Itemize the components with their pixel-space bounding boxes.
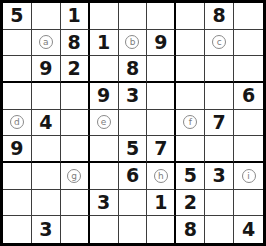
cell-r7c9[interactable]: i xyxy=(234,163,263,190)
cell-r4c9[interactable]: 6 xyxy=(234,83,263,110)
cell-r1c5[interactable] xyxy=(119,3,148,30)
cell-r1c8[interactable]: 8 xyxy=(205,3,234,30)
cell-r9c6[interactable] xyxy=(147,216,176,243)
given-digit: 4 xyxy=(242,220,255,239)
cell-r3c4[interactable] xyxy=(90,56,119,83)
given-digit: 5 xyxy=(10,6,23,25)
cell-r5c8[interactable]: 7 xyxy=(205,110,234,137)
cell-r8c9[interactable] xyxy=(234,190,263,217)
given-digit: 1 xyxy=(68,6,81,25)
cell-r5c6[interactable] xyxy=(147,110,176,137)
cell-r6c3[interactable] xyxy=(61,136,90,163)
cell-r4c5[interactable]: 3 xyxy=(119,83,148,110)
cell-r7c7[interactable]: 5 xyxy=(176,163,205,190)
given-digit: 2 xyxy=(68,59,81,78)
cell-r9c4[interactable] xyxy=(90,216,119,243)
cell-r3c1[interactable] xyxy=(3,56,32,83)
cell-r2c6[interactable]: 9 xyxy=(147,30,176,57)
circled-letter-b: b xyxy=(125,35,139,49)
cell-r2c8[interactable]: c xyxy=(205,30,234,57)
cell-r4c3[interactable] xyxy=(61,83,90,110)
given-digit: 9 xyxy=(10,139,23,158)
cell-r2c5[interactable]: b xyxy=(119,30,148,57)
cell-r3c8[interactable] xyxy=(205,56,234,83)
cell-r7c6[interactable]: h xyxy=(147,163,176,190)
cell-r8c5[interactable] xyxy=(119,190,148,217)
given-digit: 1 xyxy=(154,193,167,212)
cell-r2c9[interactable] xyxy=(234,30,263,57)
circled-letter-e: e xyxy=(97,115,111,129)
circled-letter-c: c xyxy=(212,35,226,49)
given-digit: 3 xyxy=(213,166,226,185)
cell-r5c5[interactable] xyxy=(119,110,148,137)
cell-r5c2[interactable]: 4 xyxy=(32,110,61,137)
cell-r7c3[interactable]: g xyxy=(61,163,90,190)
given-digit: 3 xyxy=(39,220,52,239)
cell-r8c3[interactable] xyxy=(61,190,90,217)
given-digit: 3 xyxy=(126,86,139,105)
cell-r1c2[interactable] xyxy=(32,3,61,30)
circled-letter-i: i xyxy=(242,169,256,183)
cell-r7c4[interactable] xyxy=(90,163,119,190)
cell-r1c4[interactable] xyxy=(90,3,119,30)
cell-r5c3[interactable] xyxy=(61,110,90,137)
cell-r3c2[interactable]: 9 xyxy=(32,56,61,83)
cell-r4c2[interactable] xyxy=(32,83,61,110)
cell-r7c5[interactable]: 6 xyxy=(119,163,148,190)
given-digit: 7 xyxy=(213,113,226,132)
cell-r3c3[interactable]: 2 xyxy=(61,56,90,83)
cell-r3c5[interactable]: 8 xyxy=(119,56,148,83)
given-digit: 7 xyxy=(154,139,167,158)
circled-letter-g: g xyxy=(67,169,81,183)
given-digit: 9 xyxy=(39,59,52,78)
cell-r2c4[interactable]: 1 xyxy=(90,30,119,57)
circled-letter-a: a xyxy=(39,35,53,49)
cell-r1c7[interactable] xyxy=(176,3,205,30)
cell-r8c7[interactable]: 2 xyxy=(176,190,205,217)
circled-letter-f: f xyxy=(183,115,197,129)
cell-r4c8[interactable] xyxy=(205,83,234,110)
cell-r5c1[interactable]: d xyxy=(3,110,32,137)
cell-r3c6[interactable] xyxy=(147,56,176,83)
cell-r6c4[interactable] xyxy=(90,136,119,163)
cell-r9c2[interactable]: 3 xyxy=(32,216,61,243)
cell-r6c7[interactable] xyxy=(176,136,205,163)
cell-r7c1[interactable] xyxy=(3,163,32,190)
cell-r2c2[interactable]: a xyxy=(32,30,61,57)
cell-r4c1[interactable] xyxy=(3,83,32,110)
cell-r9c3[interactable] xyxy=(61,216,90,243)
given-digit: 4 xyxy=(39,113,52,132)
cell-r4c7[interactable] xyxy=(176,83,205,110)
given-digit: 8 xyxy=(213,6,226,25)
cell-r6c9[interactable] xyxy=(234,136,263,163)
cell-r1c1[interactable]: 5 xyxy=(3,3,32,30)
given-digit: 6 xyxy=(126,166,139,185)
cell-r5c9[interactable] xyxy=(234,110,263,137)
cell-r7c2[interactable] xyxy=(32,163,61,190)
cell-r5c4[interactable]: e xyxy=(90,110,119,137)
cell-r9c1[interactable] xyxy=(3,216,32,243)
cell-r8c1[interactable] xyxy=(3,190,32,217)
cell-r2c3[interactable]: 8 xyxy=(61,30,90,57)
cell-r1c3[interactable]: 1 xyxy=(61,3,90,30)
cell-r6c1[interactable]: 9 xyxy=(3,136,32,163)
cell-r9c8[interactable] xyxy=(205,216,234,243)
cell-r9c9[interactable]: 4 xyxy=(234,216,263,243)
given-digit: 9 xyxy=(154,33,167,52)
cell-r8c8[interactable] xyxy=(205,190,234,217)
given-digit: 8 xyxy=(184,220,197,239)
cell-r8c4[interactable]: 3 xyxy=(90,190,119,217)
given-digit: 5 xyxy=(184,166,197,185)
cell-r4c6[interactable] xyxy=(147,83,176,110)
cell-r4c4[interactable]: 9 xyxy=(90,83,119,110)
given-digit: 8 xyxy=(126,59,139,78)
cell-r6c2[interactable] xyxy=(32,136,61,163)
given-digit: 2 xyxy=(184,193,197,212)
circled-letter-h: h xyxy=(154,169,168,183)
given-digit: 9 xyxy=(97,86,110,105)
cell-r9c7[interactable]: 8 xyxy=(176,216,205,243)
cell-r1c9[interactable] xyxy=(234,3,263,30)
cell-r7c8[interactable]: 3 xyxy=(205,163,234,190)
given-digit: 6 xyxy=(242,86,255,105)
cell-r9c5[interactable] xyxy=(119,216,148,243)
cell-r6c8[interactable] xyxy=(205,136,234,163)
cell-r6c5[interactable]: 5 xyxy=(119,136,148,163)
cell-r2c7[interactable] xyxy=(176,30,205,57)
cell-r3c9[interactable] xyxy=(234,56,263,83)
cell-r6c6[interactable]: 7 xyxy=(147,136,176,163)
given-digit: 1 xyxy=(97,33,110,52)
given-digit: 8 xyxy=(68,33,81,52)
cell-r8c2[interactable] xyxy=(32,190,61,217)
sudoku-board: 518a81b9c928936d4ef7957g6h53i312384 xyxy=(0,0,266,246)
cell-r3c7[interactable] xyxy=(176,56,205,83)
cell-r8c6[interactable]: 1 xyxy=(147,190,176,217)
circled-letter-d: d xyxy=(10,115,24,129)
cell-r1c6[interactable] xyxy=(147,3,176,30)
cell-r5c7[interactable]: f xyxy=(176,110,205,137)
given-digit: 5 xyxy=(126,139,139,158)
cell-r2c1[interactable] xyxy=(3,30,32,57)
given-digit: 3 xyxy=(97,193,110,212)
